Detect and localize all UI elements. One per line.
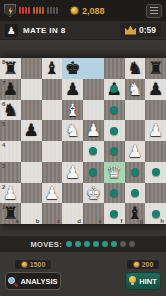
coin-count: 2,088 <box>82 6 105 16</box>
coin-balance[interactable]: 2,088 <box>70 6 105 16</box>
pawn-badge-icon: ♟ <box>5 24 18 37</box>
square-a4[interactable]: 4 <box>0 141 21 162</box>
square-d7[interactable]: ♟ <box>62 79 83 100</box>
square-c4[interactable] <box>42 141 63 162</box>
legal-move-dot[interactable] <box>110 210 118 218</box>
lightbulb-icon <box>129 276 136 286</box>
legal-move-dot[interactable] <box>152 168 160 176</box>
status-bar: ♟ MATE IN 8 0:59 <box>0 21 166 40</box>
square-c2[interactable]: ♟ <box>42 183 63 204</box>
piece-white-queen: ♛ <box>104 162 125 183</box>
square-d4[interactable] <box>62 141 83 162</box>
coin-icon <box>70 6 79 15</box>
move-progress-dot <box>75 241 82 248</box>
rank-label: 2 <box>2 184 5 190</box>
square-g4[interactable]: ♟ <box>125 141 146 162</box>
square-c5[interactable] <box>42 120 63 141</box>
analysis-button[interactable]: ANALYSIS <box>5 272 61 290</box>
square-a3[interactable]: 3 <box>0 162 21 183</box>
square-b1[interactable]: b <box>21 203 42 224</box>
square-a8[interactable]: 8♜ <box>0 58 21 79</box>
square-h5[interactable]: ♟ <box>145 120 166 141</box>
piece-white-pawn: ♟ <box>42 183 63 204</box>
square-h4[interactable] <box>145 141 166 162</box>
square-e1[interactable]: e <box>83 203 104 224</box>
legal-move-dot[interactable] <box>110 127 118 135</box>
piece-black-bishop: ♝ <box>42 58 63 79</box>
hint-cost-chip: 200 <box>126 259 161 270</box>
square-d5[interactable]: ♞ <box>62 120 83 141</box>
file-label: h <box>160 218 164 224</box>
move-progress-dot <box>66 241 73 248</box>
square-f6[interactable] <box>104 100 125 121</box>
square-b6[interactable] <box>21 100 42 121</box>
rank-label: 1 <box>2 204 5 210</box>
square-e8[interactable] <box>83 58 104 79</box>
piece-white-pawn: ♟ <box>62 162 83 183</box>
piece-white-pawn: ♟ <box>125 141 146 162</box>
streak-meter <box>19 7 58 14</box>
square-c3[interactable] <box>42 162 63 183</box>
square-f7[interactable]: ♟ <box>104 79 125 100</box>
analysis-cost-chip: 1500 <box>14 259 53 270</box>
square-g7[interactable]: ♞ <box>125 79 146 100</box>
piece-black-rook: ♜ <box>145 58 166 79</box>
square-g1[interactable]: g♝ <box>125 203 146 224</box>
square-e7[interactable] <box>83 79 104 100</box>
move-progress-dot <box>120 241 127 248</box>
square-f2[interactable] <box>104 183 125 204</box>
timer-value: 0:59 <box>139 25 156 35</box>
moves-progress-dots <box>66 241 136 248</box>
legal-move-dot[interactable] <box>110 189 118 197</box>
square-e5[interactable]: ♟ <box>83 120 104 141</box>
square-g3[interactable] <box>125 162 146 183</box>
square-h3[interactable] <box>145 162 166 183</box>
shield-lightning-icon <box>4 4 16 17</box>
square-b5[interactable]: ♟ <box>21 120 42 141</box>
file-label: b <box>36 218 40 224</box>
legal-move-dot[interactable] <box>131 168 139 176</box>
square-a2[interactable]: 2♟ <box>0 183 21 204</box>
hamburger-menu-icon[interactable] <box>146 4 162 18</box>
hint-cost: 200 <box>142 261 154 268</box>
legal-move-dot[interactable] <box>89 147 97 155</box>
moves-label: MOVES: <box>31 240 62 249</box>
piece-white-king: ♚ <box>83 183 104 204</box>
chess-board[interactable]: 8♜♝♚♞♜7♟♟♟♞♟6♞♝5♟♞♟♟4♟3♟♛2♟♟♚1a♜bcdefg♝h <box>0 58 166 224</box>
move-progress-dot <box>84 241 91 248</box>
legal-move-dot[interactable] <box>110 147 118 155</box>
square-b8[interactable] <box>21 58 42 79</box>
square-d8[interactable]: ♚ <box>62 58 83 79</box>
legal-move-dot[interactable] <box>152 210 160 218</box>
square-g8[interactable]: ♞ <box>125 58 146 79</box>
piece-black-pawn: ♟ <box>62 79 83 100</box>
piece-black-pawn: ♟ <box>21 120 42 141</box>
square-c6[interactable] <box>42 100 63 121</box>
file-label: f <box>121 218 123 224</box>
coin-icon <box>21 261 28 268</box>
top-bar: 2,088 <box>0 0 166 21</box>
square-a1[interactable]: 1a♜ <box>0 203 21 224</box>
square-b7[interactable] <box>21 79 42 100</box>
file-label: c <box>57 218 60 224</box>
analysis-cost: 1500 <box>30 261 46 268</box>
move-progress-dot <box>93 241 100 248</box>
square-g6[interactable] <box>125 100 146 121</box>
square-h2[interactable] <box>145 183 166 204</box>
square-f1[interactable]: f <box>104 203 125 224</box>
square-c1[interactable]: c <box>42 203 63 224</box>
square-e2[interactable]: ♚ <box>83 183 104 204</box>
file-label: e <box>98 218 101 224</box>
square-h7[interactable]: ♟ <box>145 79 166 100</box>
square-b3[interactable] <box>21 162 42 183</box>
square-a7[interactable]: 7♟ <box>0 79 21 100</box>
square-e6[interactable] <box>83 100 104 121</box>
piece-white-pawn: ♟ <box>83 120 104 141</box>
piece-white-knight: ♞ <box>62 120 83 141</box>
rank-label: 4 <box>2 142 5 148</box>
square-g5[interactable] <box>125 120 146 141</box>
file-label: d <box>77 218 81 224</box>
piece-black-king: ♚ <box>62 58 83 79</box>
square-b2[interactable] <box>21 183 42 204</box>
piece-black-knight: ♞ <box>125 58 146 79</box>
square-c8[interactable]: ♝ <box>42 58 63 79</box>
square-e3[interactable] <box>83 162 104 183</box>
square-e4[interactable] <box>83 141 104 162</box>
piece-white-bishop: ♝ <box>62 100 83 121</box>
piece-white-knight: ♞ <box>125 79 146 100</box>
legal-move-dot[interactable] <box>131 189 139 197</box>
file-label: a <box>15 218 18 224</box>
square-a6[interactable]: 6♞ <box>0 100 21 121</box>
move-progress-dot <box>111 241 118 248</box>
magnifier-icon <box>8 277 17 286</box>
analysis-button-label: ANALYSIS <box>20 277 57 286</box>
moves-bar: MOVES: <box>0 236 166 252</box>
analysis-group: 1500 ANALYSIS <box>5 259 61 290</box>
rank-label: 3 <box>2 163 5 169</box>
hint-button-label: HINT <box>139 277 157 286</box>
square-h8[interactable]: ♜ <box>145 58 166 79</box>
square-h6[interactable] <box>145 100 166 121</box>
crown-icon <box>125 26 136 35</box>
rank-label: 8 <box>2 59 5 65</box>
square-f5[interactable] <box>104 120 125 141</box>
square-g2[interactable] <box>125 183 146 204</box>
rank-label: 7 <box>2 80 5 86</box>
timer-pill: 0:59 <box>120 23 161 37</box>
square-f8[interactable] <box>104 58 125 79</box>
hint-button[interactable]: HINT <box>125 272 161 290</box>
coin-icon <box>133 261 140 268</box>
rank-label: 6 <box>2 101 5 107</box>
file-label: g <box>140 218 144 224</box>
square-d2[interactable] <box>62 183 83 204</box>
legal-move-dot[interactable] <box>110 106 118 114</box>
square-c7[interactable] <box>42 79 63 100</box>
square-a5[interactable]: 5 <box>0 120 21 141</box>
square-d6[interactable]: ♝ <box>62 100 83 121</box>
piece-black-pawn: ♟ <box>145 79 166 100</box>
puzzle-objective: MATE IN 8 <box>23 26 66 35</box>
square-d3[interactable]: ♟ <box>62 162 83 183</box>
square-h1[interactable]: h <box>145 203 166 224</box>
square-b4[interactable] <box>21 141 42 162</box>
hint-group: 200 HINT <box>125 259 161 290</box>
move-progress-dot <box>129 241 136 248</box>
legal-move-dot[interactable] <box>89 168 97 176</box>
move-progress-dot <box>102 241 109 248</box>
square-f3[interactable]: ♛ <box>104 162 125 183</box>
rank-label: 5 <box>2 121 5 127</box>
piece-white-pawn: ♟ <box>145 120 166 141</box>
square-d1[interactable]: d <box>62 203 83 224</box>
square-f4[interactable] <box>104 141 125 162</box>
